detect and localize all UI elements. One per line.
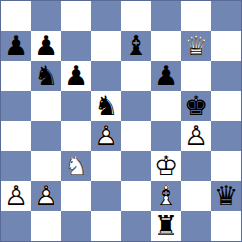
black-knight-glyph: ♞ — [31, 61, 61, 91]
square-a7[interactable]: ♟ — [1, 31, 31, 61]
square-e3[interactable] — [121, 151, 151, 181]
black-pawn-glyph: ♟ — [61, 61, 91, 91]
black-pawn-glyph: ♟ — [151, 61, 181, 91]
square-h1[interactable] — [211, 211, 241, 241]
square-g1[interactable] — [181, 211, 211, 241]
white-pawn-outline: ♙ — [31, 181, 61, 211]
square-f3[interactable]: ♚♔ — [151, 151, 181, 181]
chessboard-container: ♟♟♝♛♕♞♟♟♞♚♟♙♟♙♞♘♚♔♟♙♟♙♝♗♛♜ — [0, 0, 242, 242]
white-bishop[interactable]: ♝♗ — [151, 181, 181, 211]
black-pawn-glyph: ♟ — [1, 31, 31, 61]
white-queen[interactable]: ♛♕ — [181, 31, 211, 61]
square-f6[interactable]: ♟ — [151, 61, 181, 91]
square-b8[interactable] — [31, 1, 61, 31]
square-c5[interactable] — [61, 91, 91, 121]
black-king[interactable]: ♚ — [181, 91, 211, 121]
black-knight[interactable]: ♞ — [91, 91, 121, 121]
square-g3[interactable] — [181, 151, 211, 181]
white-pawn[interactable]: ♟♙ — [181, 121, 211, 151]
square-b7[interactable]: ♟ — [31, 31, 61, 61]
white-bishop-outline: ♗ — [151, 181, 181, 211]
square-d8[interactable] — [91, 1, 121, 31]
square-g6[interactable] — [181, 61, 211, 91]
square-h2[interactable]: ♛ — [211, 181, 241, 211]
black-pawn-glyph: ♟ — [31, 31, 61, 61]
square-a3[interactable] — [1, 151, 31, 181]
square-b1[interactable] — [31, 211, 61, 241]
white-queen-outline: ♕ — [181, 31, 211, 61]
black-knight-glyph: ♞ — [91, 91, 121, 121]
white-pawn[interactable]: ♟♙ — [91, 121, 121, 151]
white-knight[interactable]: ♞♘ — [61, 151, 91, 181]
black-pawn[interactable]: ♟ — [31, 31, 61, 61]
black-pawn[interactable]: ♟ — [1, 31, 31, 61]
square-g7[interactable]: ♛♕ — [181, 31, 211, 61]
square-a6[interactable] — [1, 61, 31, 91]
square-f5[interactable] — [151, 91, 181, 121]
square-g4[interactable]: ♟♙ — [181, 121, 211, 151]
square-e4[interactable] — [121, 121, 151, 151]
square-d7[interactable] — [91, 31, 121, 61]
square-h3[interactable] — [211, 151, 241, 181]
square-f2[interactable]: ♝♗ — [151, 181, 181, 211]
square-d4[interactable]: ♟♙ — [91, 121, 121, 151]
square-b6[interactable]: ♞ — [31, 61, 61, 91]
square-c8[interactable] — [61, 1, 91, 31]
square-e1[interactable] — [121, 211, 151, 241]
white-pawn[interactable]: ♟♙ — [31, 181, 61, 211]
white-king[interactable]: ♚♔ — [151, 151, 181, 181]
black-rook-glyph: ♜ — [151, 211, 181, 241]
black-pawn[interactable]: ♟ — [151, 61, 181, 91]
square-a8[interactable] — [1, 1, 31, 31]
square-d3[interactable] — [91, 151, 121, 181]
square-h7[interactable] — [211, 31, 241, 61]
black-rook[interactable]: ♜ — [151, 211, 181, 241]
white-pawn[interactable]: ♟♙ — [1, 181, 31, 211]
black-king-glyph: ♚ — [181, 91, 211, 121]
square-f7[interactable] — [151, 31, 181, 61]
square-e7[interactable]: ♝ — [121, 31, 151, 61]
square-c7[interactable] — [61, 31, 91, 61]
chess-board: ♟♟♝♛♕♞♟♟♞♚♟♙♟♙♞♘♚♔♟♙♟♙♝♗♛♜ — [0, 0, 242, 242]
square-e6[interactable] — [121, 61, 151, 91]
black-queen-glyph: ♛ — [211, 181, 241, 211]
square-c4[interactable] — [61, 121, 91, 151]
square-c2[interactable] — [61, 181, 91, 211]
square-e5[interactable] — [121, 91, 151, 121]
square-f1[interactable]: ♜ — [151, 211, 181, 241]
black-queen[interactable]: ♛ — [211, 181, 241, 211]
black-pawn[interactable]: ♟ — [61, 61, 91, 91]
black-knight[interactable]: ♞ — [31, 61, 61, 91]
black-bishop-glyph: ♝ — [121, 31, 151, 61]
white-king-outline: ♔ — [151, 151, 181, 181]
square-b5[interactable] — [31, 91, 61, 121]
square-c6[interactable]: ♟ — [61, 61, 91, 91]
square-b3[interactable] — [31, 151, 61, 181]
square-a5[interactable] — [1, 91, 31, 121]
white-pawn-outline: ♙ — [91, 121, 121, 151]
square-f4[interactable] — [151, 121, 181, 151]
square-a1[interactable] — [1, 211, 31, 241]
white-pawn-outline: ♙ — [1, 181, 31, 211]
white-pawn-outline: ♙ — [181, 121, 211, 151]
square-d6[interactable] — [91, 61, 121, 91]
square-g8[interactable] — [181, 1, 211, 31]
square-e8[interactable] — [121, 1, 151, 31]
square-b4[interactable] — [31, 121, 61, 151]
square-c3[interactable]: ♞♘ — [61, 151, 91, 181]
white-knight-outline: ♘ — [61, 151, 91, 181]
square-b2[interactable]: ♟♙ — [31, 181, 61, 211]
square-g2[interactable] — [181, 181, 211, 211]
square-a4[interactable] — [1, 121, 31, 151]
square-d2[interactable] — [91, 181, 121, 211]
square-d5[interactable]: ♞ — [91, 91, 121, 121]
square-f8[interactable] — [151, 1, 181, 31]
square-h6[interactable] — [211, 61, 241, 91]
square-g5[interactable]: ♚ — [181, 91, 211, 121]
square-d1[interactable] — [91, 211, 121, 241]
square-c1[interactable] — [61, 211, 91, 241]
square-h8[interactable] — [211, 1, 241, 31]
square-a2[interactable]: ♟♙ — [1, 181, 31, 211]
square-h4[interactable] — [211, 121, 241, 151]
square-e2[interactable] — [121, 181, 151, 211]
square-h5[interactable] — [211, 91, 241, 121]
black-bishop[interactable]: ♝ — [121, 31, 151, 61]
